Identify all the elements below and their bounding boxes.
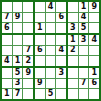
cell-r8c6[interactable] <box>56 79 66 89</box>
cell-r7c1[interactable] <box>2 68 12 78</box>
cell-r4c5[interactable] <box>46 35 56 45</box>
cell-r4c2[interactable] <box>13 35 23 45</box>
cell-r6c7[interactable] <box>68 56 78 66</box>
cell-r7c5[interactable] <box>46 68 56 78</box>
cell-r8c4[interactable]: 9 <box>35 79 45 89</box>
cell-r6c5[interactable] <box>46 56 56 66</box>
cell-r1c7[interactable] <box>68 2 78 12</box>
cell-r4c4[interactable] <box>35 35 45 45</box>
cell-r7c7[interactable] <box>68 68 78 78</box>
cell-r8c3[interactable] <box>23 79 33 89</box>
cell-r6c1[interactable]: 4 <box>2 56 12 66</box>
cell-r7c3[interactable]: 9 <box>23 68 33 78</box>
cell-r6c8[interactable] <box>79 56 89 66</box>
cell-r7c6[interactable]: 3 <box>56 68 66 78</box>
block-3-1: 59317 <box>2 68 33 99</box>
cell-r3c7[interactable]: 3 <box>68 23 78 33</box>
block-2-3: 1342 <box>68 35 99 66</box>
cell-r9c9[interactable] <box>89 89 99 99</box>
cell-r4c3[interactable] <box>23 35 33 45</box>
cell-r3c6[interactable] <box>56 23 66 33</box>
cell-r5c2[interactable] <box>13 46 23 56</box>
cell-r8c2[interactable]: 3 <box>13 79 23 89</box>
cell-r3c2[interactable] <box>13 23 23 33</box>
cell-r4c1[interactable] <box>2 35 12 45</box>
cell-r9c4[interactable] <box>35 89 45 99</box>
cell-r5c5[interactable] <box>46 46 56 56</box>
cell-r9c8[interactable] <box>79 89 89 99</box>
cell-r3c5[interactable] <box>46 23 56 33</box>
cell-r1c4[interactable] <box>35 2 45 12</box>
cell-r2c5[interactable] <box>46 13 56 23</box>
cell-r4c9[interactable]: 4 <box>89 35 99 45</box>
cell-r2c7[interactable] <box>68 13 78 23</box>
cell-r9c3[interactable] <box>23 89 33 99</box>
cell-r9c5[interactable]: 5 <box>46 89 56 99</box>
cell-r7c4[interactable] <box>35 68 45 78</box>
cell-r2c1[interactable]: 7 <box>2 13 12 23</box>
cell-r8c8[interactable]: 7 <box>79 79 89 89</box>
cell-r3c8[interactable]: 5 <box>79 23 89 33</box>
cell-r4c7[interactable]: 1 <box>68 35 78 45</box>
cell-r5c7[interactable]: 2 <box>68 46 78 56</box>
cell-r1c8[interactable]: 1 <box>79 2 89 12</box>
cell-r2c3[interactable] <box>23 13 33 23</box>
cell-r9c7[interactable] <box>68 89 78 99</box>
block-1-1: 796 <box>2 2 33 33</box>
cell-r3c1[interactable]: 6 <box>2 23 12 33</box>
cell-r1c2[interactable] <box>13 2 23 12</box>
cell-r5c9[interactable] <box>89 46 99 56</box>
cell-r2c4[interactable] <box>35 13 45 23</box>
cell-r6c9[interactable] <box>89 56 99 66</box>
cell-r9c1[interactable]: 1 <box>2 89 12 99</box>
cell-r6c6[interactable] <box>56 56 66 66</box>
block-1-3: 19435 <box>68 2 99 33</box>
cell-r7c8[interactable] <box>79 68 89 78</box>
cell-r1c3[interactable] <box>23 2 33 12</box>
cell-r1c6[interactable] <box>56 2 66 12</box>
cell-r5c6[interactable]: 4 <box>56 46 66 56</box>
block-2-2: 64 <box>35 35 66 66</box>
cell-r5c8[interactable] <box>79 46 89 56</box>
cell-r7c9[interactable]: 1 <box>89 68 99 78</box>
cell-r3c3[interactable] <box>23 23 33 33</box>
cell-r4c8[interactable]: 3 <box>79 35 89 45</box>
cell-r9c6[interactable] <box>56 89 66 99</box>
cell-r8c1[interactable] <box>2 79 12 89</box>
cell-r2c6[interactable]: 6 <box>56 13 66 23</box>
cell-r8c5[interactable] <box>46 79 56 89</box>
cell-r1c1[interactable] <box>2 2 12 12</box>
cell-r6c4[interactable] <box>35 56 45 66</box>
cell-r6c2[interactable]: 1 <box>13 56 23 66</box>
cell-r2c2[interactable]: 9 <box>13 13 23 23</box>
cell-r2c9[interactable] <box>89 13 99 23</box>
cell-r3c4[interactable]: 1 <box>35 23 45 33</box>
cell-r4c6[interactable] <box>56 35 66 45</box>
cell-r5c3[interactable]: 7 <box>23 46 33 56</box>
cell-r7c2[interactable]: 5 <box>13 68 23 78</box>
block-3-3: 176 <box>68 68 99 99</box>
cell-r2c8[interactable]: 4 <box>79 13 89 23</box>
cell-r8c9[interactable]: 6 <box>89 79 99 89</box>
sudoku-board: 79646119435741264134259317395176 <box>0 0 101 101</box>
cell-r1c5[interactable]: 4 <box>46 2 56 12</box>
cell-r5c4[interactable]: 6 <box>35 46 45 56</box>
cell-r8c7[interactable] <box>68 79 78 89</box>
block-1-2: 461 <box>35 2 66 33</box>
block-3-2: 395 <box>35 68 66 99</box>
cell-r1c9[interactable]: 9 <box>89 2 99 12</box>
cell-r9c2[interactable]: 7 <box>13 89 23 99</box>
block-2-1: 7412 <box>2 35 33 66</box>
cell-r3c9[interactable] <box>89 23 99 33</box>
cell-r5c1[interactable] <box>2 46 12 56</box>
cell-r6c3[interactable]: 2 <box>23 56 33 66</box>
